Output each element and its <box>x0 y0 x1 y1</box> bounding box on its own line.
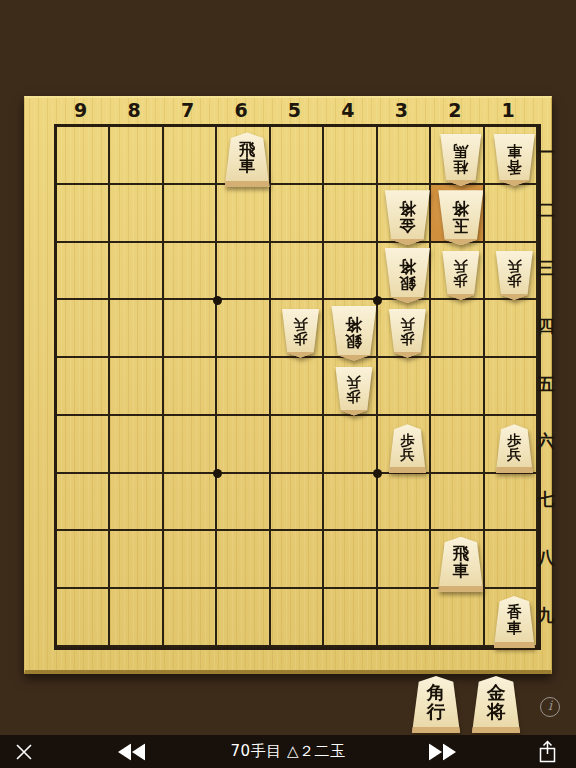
sente-飛車-piece: 飛車 <box>438 537 483 592</box>
square-7五 <box>164 358 217 416</box>
rank-label-四: 四 <box>537 297 555 355</box>
square-7一 <box>164 127 217 185</box>
square-4二 <box>324 185 377 243</box>
square-4八 <box>324 531 377 589</box>
square-8七 <box>110 474 163 532</box>
gote-歩兵-piece: 歩兵 <box>335 367 372 416</box>
sente-飛車-piece: 飛車 <box>225 132 270 187</box>
square-2六 <box>431 416 484 474</box>
sente-歩兵-piece: 歩兵 <box>389 424 426 473</box>
square-9五 <box>57 358 110 416</box>
gote-歩兵-piece: 歩兵 <box>389 309 426 358</box>
gote-玉将-piece: 玉将 <box>438 190 483 245</box>
file-label-4: 4 <box>321 98 374 122</box>
sente-hand-tray: 角行金将 <box>412 676 520 733</box>
rank-label-七: 七 <box>537 471 555 529</box>
gote-香車-piece: 香車 <box>494 134 535 186</box>
file-label-9: 9 <box>54 98 107 122</box>
square-4七 <box>324 474 377 532</box>
square-9六 <box>57 416 110 474</box>
piece-kanji: 桂馬 <box>440 134 481 186</box>
piece-kanji: 銀将 <box>385 248 430 303</box>
file-label-3: 3 <box>375 98 428 122</box>
file-labels: 987654321 <box>54 98 535 122</box>
board-grid: 飛車桂馬香車金将玉将銀将歩兵歩兵歩兵銀将歩兵歩兵歩兵歩兵飛車香車 <box>54 124 541 650</box>
square-7九 <box>164 589 217 647</box>
gote-金将-piece: 金将 <box>385 190 430 245</box>
square-8六 <box>110 416 163 474</box>
file-label-7: 7 <box>161 98 214 122</box>
square-8四 <box>110 300 163 358</box>
rank-labels: 一二三四五六七八九 <box>537 124 555 644</box>
rank-label-三: 三 <box>537 240 555 298</box>
square-5七 <box>271 474 324 532</box>
sente-香車-piece: 香車 <box>494 596 535 648</box>
square-5九 <box>271 589 324 647</box>
gote-歩兵-piece: 歩兵 <box>496 251 533 300</box>
square-2七 <box>431 474 484 532</box>
square-2九 <box>431 589 484 647</box>
share-icon[interactable] <box>538 740 557 764</box>
bottom-toolbar: 70手目 △２二玉 <box>0 735 576 768</box>
square-6九 <box>217 589 270 647</box>
sente-角行-piece: 角行 <box>412 676 460 733</box>
square-8一 <box>110 127 163 185</box>
square-4九 <box>324 589 377 647</box>
square-1四 <box>485 300 538 358</box>
square-9九 <box>57 589 110 647</box>
square-1五 <box>485 358 538 416</box>
app-screen: 987654321 飛車桂馬香車金将玉将銀将歩兵歩兵歩兵銀将歩兵歩兵歩兵歩兵飛車… <box>0 0 576 768</box>
piece-kanji: 歩兵 <box>442 251 479 300</box>
piece-kanji: 歩兵 <box>282 309 319 358</box>
sente-金将-piece: 金将 <box>472 676 520 733</box>
piece-kanji: 金将 <box>385 190 430 245</box>
forward-icon[interactable] <box>428 743 456 760</box>
file-label-8: 8 <box>107 98 160 122</box>
square-1八 <box>485 531 538 589</box>
square-2五 <box>431 358 484 416</box>
square-8五 <box>110 358 163 416</box>
square-9一 <box>57 127 110 185</box>
square-9三 <box>57 243 110 301</box>
piece-kanji: 飛車 <box>438 537 483 592</box>
gote-歩兵-piece: 歩兵 <box>282 309 319 358</box>
move-number-label: 70手目 △２二玉 <box>0 735 576 768</box>
square-5八 <box>271 531 324 589</box>
hand-slot-角行: 角行 <box>412 676 460 733</box>
square-7八 <box>164 531 217 589</box>
square-8九 <box>110 589 163 647</box>
info-button[interactable]: i <box>540 697 560 717</box>
square-8二 <box>110 185 163 243</box>
rank-label-八: 八 <box>537 528 555 586</box>
star-point <box>373 296 382 305</box>
square-7三 <box>164 243 217 301</box>
square-6二 <box>217 185 270 243</box>
gote-銀将-piece: 銀将 <box>385 248 430 303</box>
square-1七 <box>485 474 538 532</box>
file-label-6: 6 <box>214 98 267 122</box>
piece-kanji: 角行 <box>412 676 460 733</box>
piece-kanji: 香車 <box>494 134 535 186</box>
square-9八 <box>57 531 110 589</box>
rank-label-二: 二 <box>537 182 555 240</box>
hand-slot-金将: 金将 <box>472 676 520 733</box>
square-6五 <box>217 358 270 416</box>
square-9四 <box>57 300 110 358</box>
square-5六 <box>271 416 324 474</box>
square-1二 <box>485 185 538 243</box>
piece-kanji: 飛車 <box>225 132 270 187</box>
piece-kanji: 歩兵 <box>496 424 533 473</box>
square-6三 <box>217 243 270 301</box>
square-3九 <box>378 589 431 647</box>
piece-kanji: 金将 <box>472 676 520 733</box>
piece-kanji: 香車 <box>494 596 535 648</box>
file-label-5: 5 <box>268 98 321 122</box>
square-3一 <box>378 127 431 185</box>
square-8三 <box>110 243 163 301</box>
square-2四 <box>431 300 484 358</box>
piece-kanji: 歩兵 <box>496 251 533 300</box>
square-4六 <box>324 416 377 474</box>
square-3八 <box>378 531 431 589</box>
square-7二 <box>164 185 217 243</box>
piece-kanji: 歩兵 <box>335 367 372 416</box>
piece-kanji: 歩兵 <box>389 309 426 358</box>
square-6四 <box>217 300 270 358</box>
gote-歩兵-piece: 歩兵 <box>442 251 479 300</box>
square-6六 <box>217 416 270 474</box>
square-6七 <box>217 474 270 532</box>
sente-歩兵-piece: 歩兵 <box>496 424 533 473</box>
square-4一 <box>324 127 377 185</box>
rank-label-九: 九 <box>537 586 555 644</box>
square-7四 <box>164 300 217 358</box>
square-3五 <box>378 358 431 416</box>
square-7七 <box>164 474 217 532</box>
square-9七 <box>57 474 110 532</box>
rank-label-一: 一 <box>537 124 555 182</box>
square-7六 <box>164 416 217 474</box>
square-6八 <box>217 531 270 589</box>
file-label-2: 2 <box>428 98 481 122</box>
square-5三 <box>271 243 324 301</box>
square-4三 <box>324 243 377 301</box>
square-9二 <box>57 185 110 243</box>
square-5二 <box>271 185 324 243</box>
rank-label-五: 五 <box>537 355 555 413</box>
gote-銀将-piece: 銀将 <box>331 306 376 361</box>
rank-label-六: 六 <box>537 413 555 471</box>
square-5五 <box>271 358 324 416</box>
shogi-board-panel: 987654321 飛車桂馬香車金将玉将銀将歩兵歩兵歩兵銀将歩兵歩兵歩兵歩兵飛車… <box>24 96 552 674</box>
square-3七 <box>378 474 431 532</box>
square-8八 <box>110 531 163 589</box>
file-label-1: 1 <box>482 98 535 122</box>
piece-kanji: 玉将 <box>438 190 483 245</box>
piece-kanji: 歩兵 <box>389 424 426 473</box>
star-point <box>213 469 222 478</box>
gote-桂馬-piece: 桂馬 <box>440 134 481 186</box>
piece-kanji: 銀将 <box>331 306 376 361</box>
square-5一 <box>271 127 324 185</box>
star-point <box>213 296 222 305</box>
